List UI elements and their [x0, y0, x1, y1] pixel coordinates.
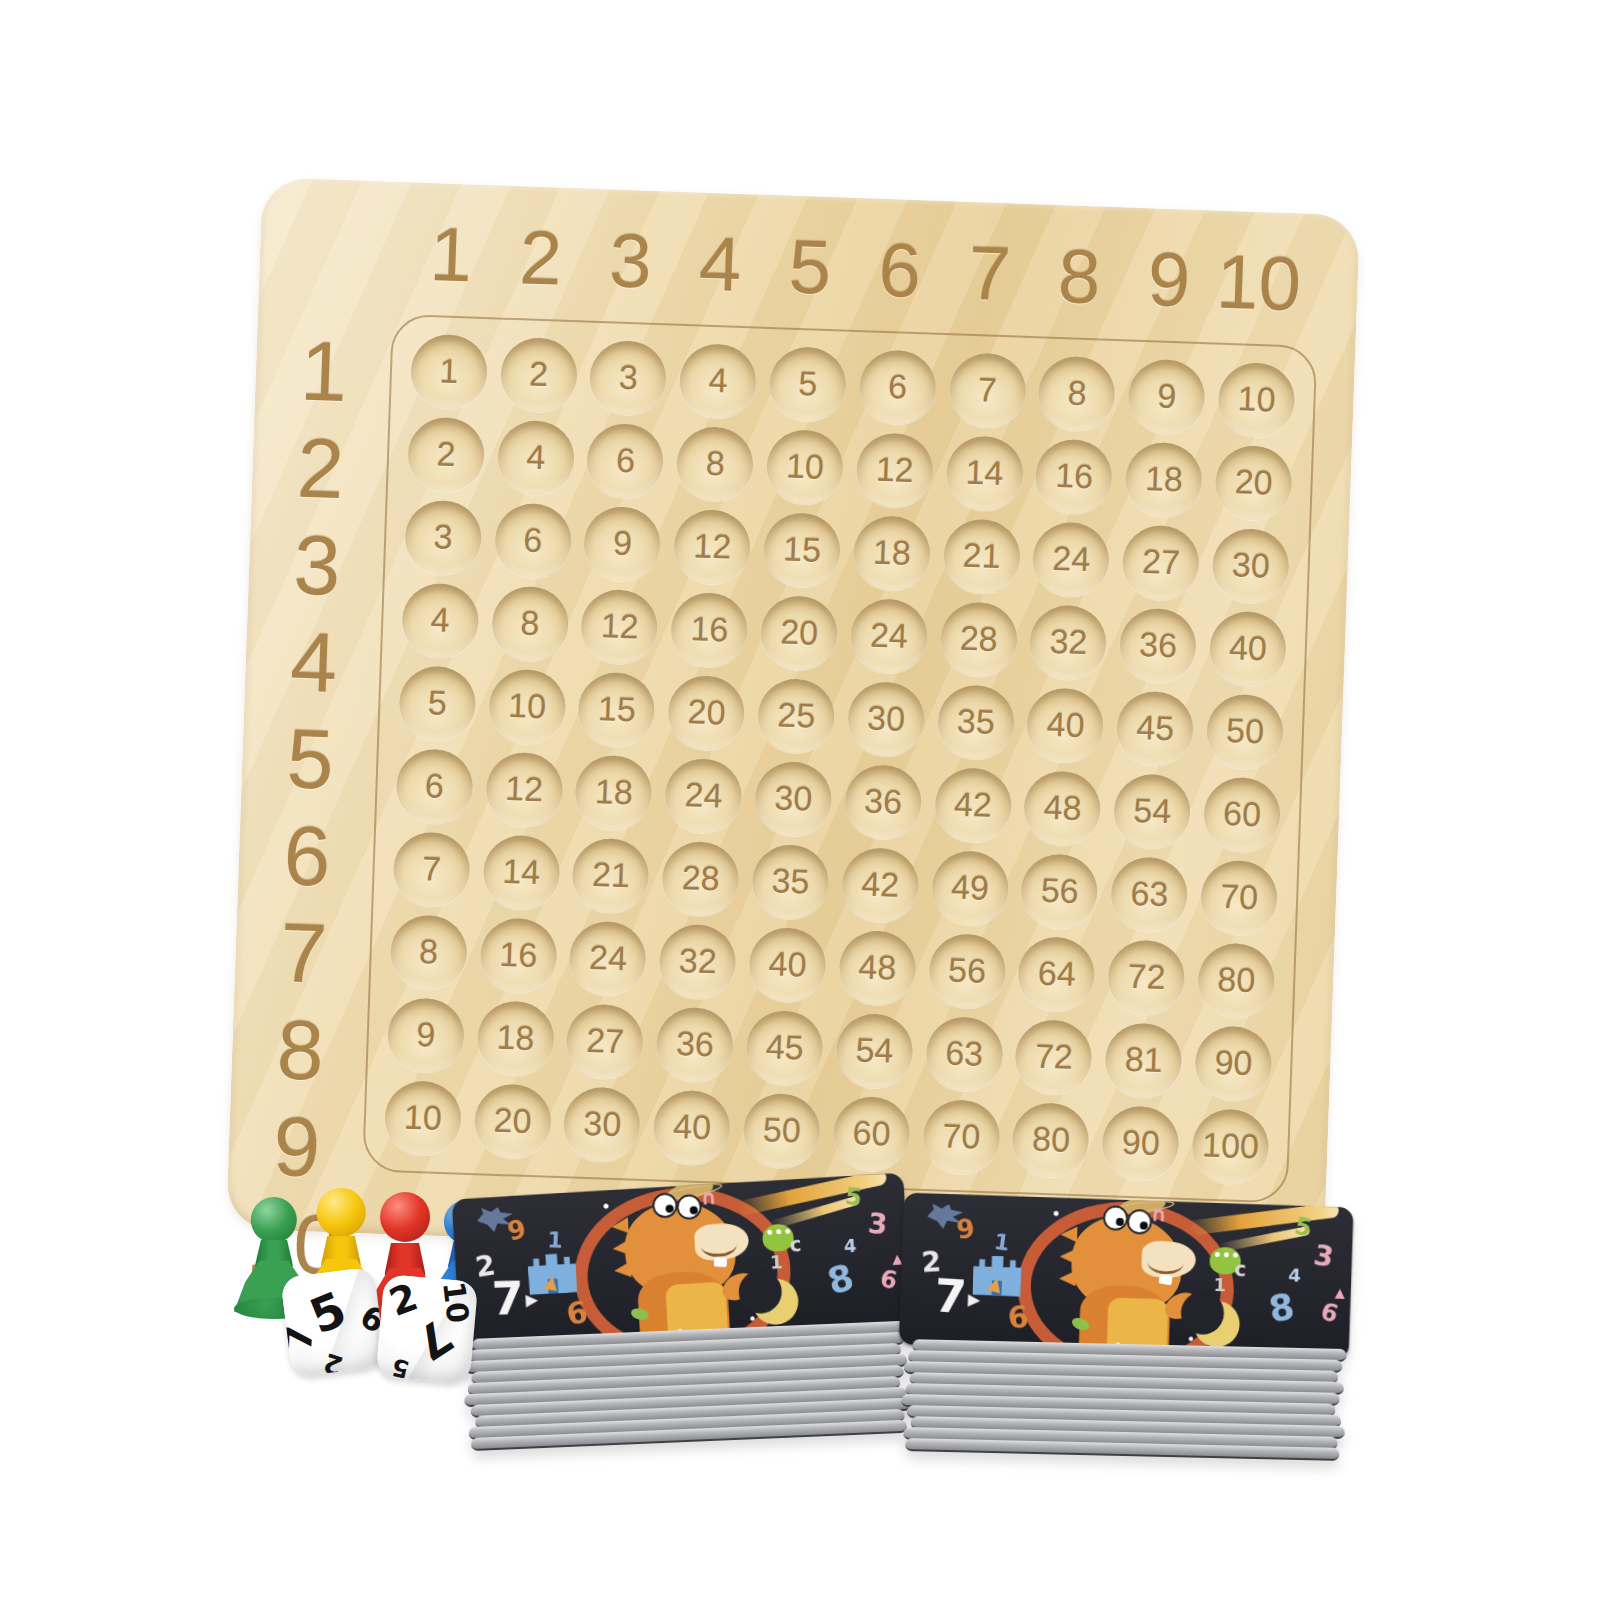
- col-header-3: 3: [584, 207, 677, 314]
- col-header-6: 6: [853, 216, 946, 323]
- number-glyph: ▶: [525, 1292, 538, 1309]
- row-header-4: 4: [256, 612, 371, 713]
- well-number: 32: [678, 941, 717, 981]
- well-10x1[interactable]: 10: [384, 1080, 463, 1157]
- well-number: 60: [1223, 794, 1262, 834]
- well-3x10[interactable]: 30: [1212, 527, 1291, 604]
- die-face-2: 2: [321, 1349, 346, 1377]
- well-7x4[interactable]: 28: [661, 840, 740, 917]
- well-number: 21: [962, 536, 1001, 576]
- well-number: 7: [977, 370, 997, 410]
- well-number: 40: [672, 1107, 711, 1147]
- well-1x5[interactable]: 5: [769, 346, 848, 423]
- well-3x1[interactable]: 3: [404, 499, 483, 576]
- well-9x8[interactable]: 72: [1015, 1019, 1094, 1096]
- row-header-1: 1: [266, 321, 381, 422]
- well-6x4[interactable]: 24: [664, 757, 743, 834]
- well-2x9[interactable]: 18: [1125, 441, 1204, 518]
- well-number: 10: [403, 1098, 442, 1138]
- well-number: 9: [416, 1015, 436, 1055]
- well-1x7[interactable]: 7: [948, 352, 1027, 429]
- number-glyph: 4: [1288, 1266, 1301, 1284]
- well-number: 24: [684, 775, 723, 815]
- well-number: 3: [433, 517, 453, 557]
- well-6x10[interactable]: 60: [1203, 776, 1282, 853]
- well-1x10[interactable]: 10: [1217, 361, 1296, 438]
- well-number: 12: [693, 526, 732, 566]
- well-number: 6: [888, 367, 908, 407]
- well-number: 5: [798, 364, 818, 404]
- well-1x9[interactable]: 9: [1128, 358, 1207, 435]
- well-3x9[interactable]: 27: [1122, 524, 1201, 601]
- well-number: 42: [953, 785, 992, 825]
- well-number: 56: [948, 951, 987, 991]
- well-9x7[interactable]: 63: [925, 1015, 1004, 1092]
- well-number: 6: [424, 766, 444, 806]
- col-header-2: 2: [494, 203, 587, 310]
- well-8x1[interactable]: 8: [389, 914, 468, 991]
- col-header-7: 7: [943, 219, 1036, 326]
- well-number: 45: [1136, 708, 1175, 748]
- well-2x4[interactable]: 8: [676, 425, 755, 502]
- card-deck-1[interactable]: 9127▶▲65∩3c1486▲•••: [453, 1177, 915, 1452]
- well-number: 30: [1231, 545, 1270, 585]
- comet-icon: [1187, 1202, 1340, 1236]
- col-header-8: 8: [1033, 222, 1126, 329]
- well-4x7[interactable]: 28: [939, 601, 1018, 678]
- well-number: 50: [762, 1110, 801, 1150]
- well-number: 28: [681, 858, 720, 898]
- well-number: 10: [785, 447, 824, 487]
- well-number: 72: [1127, 957, 1166, 997]
- well-3x2[interactable]: 6: [494, 502, 573, 579]
- moon-icon: [1193, 1300, 1240, 1347]
- well-9x3[interactable]: 27: [566, 1003, 645, 1080]
- well-8x6[interactable]: 48: [838, 929, 917, 1006]
- well-9x9[interactable]: 81: [1104, 1022, 1183, 1099]
- well-5x10[interactable]: 50: [1206, 693, 1285, 770]
- well-7x9[interactable]: 63: [1110, 856, 1189, 933]
- well-7x10[interactable]: 70: [1200, 859, 1279, 936]
- well-7x8[interactable]: 56: [1020, 853, 1099, 930]
- well-10x3[interactable]: 30: [563, 1086, 642, 1163]
- well-number: 32: [1049, 622, 1088, 662]
- well-number: 48: [858, 947, 897, 987]
- well-number: 49: [950, 868, 989, 908]
- well-number: 16: [690, 609, 729, 649]
- row-header-2: 2: [263, 418, 378, 519]
- col-header-9: 9: [1122, 225, 1215, 332]
- well-3x3[interactable]: 9: [583, 505, 662, 582]
- well-number: 14: [965, 453, 1004, 493]
- number-glyph: ∩: [700, 1187, 717, 1208]
- well-5x7[interactable]: 35: [937, 684, 1016, 761]
- well-number: 70: [1220, 877, 1259, 917]
- well-5x2[interactable]: 10: [488, 668, 567, 745]
- well-number: 6: [615, 441, 635, 481]
- number-glyph: 8: [1266, 1288, 1297, 1328]
- dino-tooth: [1159, 1274, 1173, 1285]
- well-7x6[interactable]: 42: [841, 846, 920, 923]
- well-5x4[interactable]: 20: [667, 674, 746, 751]
- multiplication-grid: 1234567891024681012141618203691215182124…: [377, 328, 1303, 1189]
- number-glyph: 4: [843, 1236, 857, 1255]
- well-number: 36: [675, 1024, 714, 1064]
- well-5x8[interactable]: 40: [1026, 687, 1105, 764]
- well-number: 50: [1225, 711, 1264, 751]
- well-number: 56: [1040, 871, 1079, 911]
- well-number: 10: [1237, 379, 1276, 419]
- well-number: 10: [507, 686, 546, 726]
- number-glyph: 6: [878, 1267, 899, 1294]
- well-1x1[interactable]: 1: [410, 333, 489, 410]
- die-face-2: 2: [384, 1278, 422, 1323]
- well-number: 24: [1052, 539, 1091, 579]
- die-face-7: 7: [280, 1324, 318, 1352]
- well-number: 30: [583, 1104, 622, 1144]
- well-5x3[interactable]: 15: [578, 671, 657, 748]
- well-number: 2: [529, 355, 549, 395]
- col-header-1: 1: [404, 200, 497, 307]
- die-2[interactable]: 21075: [376, 1274, 479, 1384]
- well-8x9[interactable]: 72: [1107, 939, 1186, 1016]
- well-number: 8: [705, 444, 725, 484]
- well-1x4[interactable]: 4: [679, 342, 758, 419]
- well-number: 18: [872, 533, 911, 573]
- well-number: 40: [1228, 628, 1267, 668]
- die-face-10: 10: [438, 1280, 473, 1325]
- well-10x10[interactable]: 100: [1191, 1108, 1270, 1185]
- well-2x6[interactable]: 12: [855, 432, 934, 509]
- board-grid-panel: 1234567891024681012141618203691215182124…: [362, 314, 1317, 1204]
- well-number: 30: [866, 699, 905, 739]
- well-number: 27: [1141, 542, 1180, 582]
- deck-top-card[interactable]: 9127▶▲65∩3c1486▲•••: [899, 1193, 1354, 1360]
- number-glyph: c: [789, 1234, 802, 1255]
- well-9x5[interactable]: 45: [745, 1009, 824, 1086]
- well-10x4[interactable]: 40: [653, 1089, 732, 1166]
- well-3x8[interactable]: 24: [1032, 521, 1111, 598]
- well-number: 5: [427, 683, 447, 723]
- well-4x9[interactable]: 36: [1119, 607, 1198, 684]
- number-glyph: 6: [1006, 1302, 1030, 1334]
- number-glyph: 3: [1311, 1242, 1335, 1273]
- number-glyph: 9: [505, 1215, 529, 1244]
- well-5x5[interactable]: 25: [757, 677, 836, 754]
- pawn-head: [380, 1192, 430, 1242]
- card-deck-2[interactable]: 9127▶▲65∩3c1486▲•••: [897, 1195, 1353, 1461]
- well-6x8[interactable]: 48: [1023, 770, 1102, 847]
- number-glyph: •: [748, 1312, 756, 1324]
- well-8x2[interactable]: 16: [479, 917, 558, 994]
- multiplication-board: 12345678910 12345678910 1234567891024681…: [226, 177, 1360, 1267]
- well-7x5[interactable]: 35: [751, 843, 830, 920]
- well-number: 7: [421, 849, 441, 889]
- well-4x5[interactable]: 20: [760, 594, 839, 671]
- well-number: 4: [526, 438, 546, 478]
- well-number: 24: [869, 616, 908, 656]
- dino-pupil: [1116, 1218, 1124, 1226]
- number-glyph: 1: [547, 1230, 563, 1253]
- number-glyph: •: [601, 1199, 611, 1214]
- col-header-10: 10: [1212, 228, 1305, 335]
- pawn-head: [317, 1188, 366, 1237]
- well-6x9[interactable]: 54: [1113, 773, 1192, 850]
- well-2x5[interactable]: 10: [766, 428, 845, 505]
- well-number: 35: [956, 702, 995, 742]
- well-number: 20: [687, 692, 726, 732]
- well-number: 8: [1067, 373, 1087, 413]
- well-10x6[interactable]: 60: [832, 1095, 911, 1172]
- well-9x1[interactable]: 9: [386, 997, 465, 1074]
- column-headers: 12345678910: [404, 200, 1305, 335]
- well-number: 28: [959, 619, 998, 659]
- well-6x7[interactable]: 42: [934, 767, 1013, 844]
- well-number: 9: [612, 524, 632, 564]
- well-number: 35: [771, 861, 810, 901]
- well-3x5[interactable]: 15: [763, 511, 842, 588]
- well-3x6[interactable]: 18: [853, 515, 932, 592]
- number-glyph: c: [1234, 1258, 1247, 1278]
- well-1x8[interactable]: 8: [1038, 355, 1117, 432]
- dino-pupil: [1140, 1221, 1148, 1229]
- deck-card-edges: [897, 1339, 1349, 1461]
- well-number: 27: [586, 1021, 625, 1061]
- number-glyph: 9: [955, 1215, 977, 1243]
- number-glyph: ∩: [1150, 1204, 1167, 1225]
- deck-card-edges: [459, 1321, 915, 1452]
- well-number: 12: [875, 450, 914, 490]
- number-glyph: 7: [491, 1275, 524, 1322]
- well-4x4[interactable]: 16: [670, 591, 749, 668]
- well-1x6[interactable]: 6: [858, 349, 937, 426]
- well-number: 54: [1133, 791, 1172, 831]
- well-number: 60: [852, 1113, 891, 1153]
- well-10x2[interactable]: 20: [473, 1083, 552, 1160]
- row-header-9: 9: [239, 1097, 354, 1198]
- well-7x7[interactable]: 49: [931, 849, 1010, 926]
- well-number: 36: [864, 782, 903, 822]
- number-glyph: ▶: [968, 1292, 981, 1308]
- number-glyph: •: [1187, 1333, 1195, 1345]
- well-4x6[interactable]: 24: [850, 597, 929, 674]
- number-glyph: ▲: [1335, 1286, 1345, 1299]
- well-7x2[interactable]: 14: [482, 834, 561, 911]
- well-9x4[interactable]: 36: [656, 1006, 735, 1083]
- well-7x3[interactable]: 21: [572, 837, 651, 914]
- number-glyph: 1: [993, 1231, 1011, 1255]
- well-2x3[interactable]: 6: [586, 422, 665, 499]
- well-number: 21: [591, 855, 630, 895]
- well-number: 20: [780, 613, 819, 653]
- well-4x1[interactable]: 4: [401, 582, 480, 659]
- well-10x9[interactable]: 90: [1102, 1105, 1181, 1182]
- well-number: 42: [861, 864, 900, 904]
- well-number: 72: [1034, 1037, 1073, 1077]
- row-header-8: 8: [243, 1000, 358, 1101]
- well-number: 12: [600, 606, 639, 646]
- well-number: 15: [783, 530, 822, 570]
- well-4x2[interactable]: 8: [491, 585, 570, 662]
- dino-tooth: [714, 1257, 727, 1267]
- well-4x3[interactable]: 12: [580, 588, 659, 665]
- well-8x7[interactable]: 56: [928, 932, 1007, 1009]
- dino-pupil: [690, 1206, 698, 1214]
- well-number: 12: [505, 769, 544, 809]
- well-8x4[interactable]: 32: [659, 923, 738, 1000]
- row-header-6: 6: [249, 806, 364, 907]
- well-number: 18: [496, 1018, 535, 1058]
- row-header-5: 5: [253, 709, 368, 810]
- well-9x6[interactable]: 54: [835, 1012, 914, 1089]
- well-8x10[interactable]: 80: [1197, 942, 1276, 1019]
- well-number: 40: [768, 944, 807, 984]
- well-10x5[interactable]: 50: [743, 1092, 822, 1169]
- well-number: 36: [1139, 625, 1178, 665]
- well-6x5[interactable]: 30: [754, 760, 833, 837]
- well-5x1[interactable]: 5: [398, 665, 477, 742]
- well-10x7[interactable]: 70: [922, 1098, 1001, 1175]
- well-4x8[interactable]: 32: [1029, 604, 1108, 681]
- well-number: 80: [1031, 1120, 1070, 1160]
- well-number: 3: [618, 358, 638, 398]
- well-number: 90: [1214, 1043, 1253, 1083]
- well-9x10[interactable]: 90: [1194, 1025, 1273, 1102]
- well-number: 25: [777, 695, 816, 735]
- number-glyph: 7: [933, 1272, 968, 1320]
- well-number: 4: [708, 361, 728, 401]
- well-6x3[interactable]: 18: [575, 754, 654, 831]
- product-photo: 12345678910 12345678910 1234567891024681…: [0, 0, 1600, 1600]
- well-2x2[interactable]: 4: [496, 419, 575, 496]
- well-8x3[interactable]: 24: [569, 920, 648, 997]
- row-header-3: 3: [260, 515, 375, 616]
- well-3x4[interactable]: 12: [673, 508, 752, 585]
- well-2x8[interactable]: 16: [1035, 438, 1114, 515]
- well-number: 18: [594, 772, 633, 812]
- number-glyph: 1: [770, 1253, 784, 1272]
- well-number: 90: [1121, 1123, 1160, 1163]
- well-9x2[interactable]: 18: [476, 1000, 555, 1077]
- well-8x5[interactable]: 40: [748, 926, 827, 1003]
- number-glyph: 5: [844, 1184, 863, 1210]
- number-glyph: 6: [1318, 1299, 1341, 1327]
- well-number: 24: [589, 938, 628, 978]
- die-1[interactable]: 5726: [280, 1267, 385, 1378]
- well-6x1[interactable]: 6: [395, 748, 474, 825]
- well-4x10[interactable]: 40: [1209, 610, 1288, 687]
- well-number: 80: [1217, 960, 1256, 1000]
- well-1x2[interactable]: 2: [499, 336, 578, 413]
- well-number: 8: [520, 603, 540, 643]
- well-2x1[interactable]: 2: [407, 416, 486, 493]
- well-number: 18: [1144, 459, 1183, 499]
- well-number: 81: [1124, 1040, 1163, 1080]
- well-5x9[interactable]: 45: [1116, 690, 1195, 767]
- number-glyph: 3: [866, 1210, 888, 1239]
- col-header-4: 4: [674, 210, 767, 317]
- row-header-7: 7: [246, 903, 361, 1004]
- well-number: 4: [430, 600, 450, 640]
- well-6x6[interactable]: 36: [844, 763, 923, 840]
- well-number: 9: [1157, 377, 1177, 417]
- pawn-head: [251, 1197, 297, 1243]
- well-number: 6: [523, 520, 543, 560]
- well-number: 48: [1043, 788, 1082, 828]
- well-number: 20: [493, 1101, 532, 1141]
- well-number: 64: [1037, 954, 1076, 994]
- well-number: 1: [439, 351, 459, 391]
- well-number: 70: [942, 1116, 981, 1156]
- dino-pupil: [665, 1204, 673, 1212]
- number-glyph: •: [1051, 1207, 1060, 1221]
- well-number: 40: [1046, 705, 1085, 745]
- well-5x6[interactable]: 30: [847, 680, 926, 757]
- number-glyph: 1: [1213, 1276, 1226, 1294]
- col-header-5: 5: [763, 213, 856, 320]
- number-glyph: 8: [823, 1259, 857, 1300]
- well-number: 63: [1130, 874, 1169, 914]
- well-number: 20: [1234, 462, 1273, 502]
- well-number: 16: [1055, 456, 1094, 496]
- well-number: 54: [855, 1030, 894, 1070]
- well-3x7[interactable]: 21: [942, 518, 1021, 595]
- well-number: 15: [597, 689, 636, 729]
- well-number: 8: [419, 932, 439, 972]
- well-2x10[interactable]: 20: [1214, 444, 1293, 521]
- well-number: 100: [1202, 1126, 1260, 1167]
- well-8x8[interactable]: 64: [1018, 936, 1097, 1013]
- well-2x7[interactable]: 14: [945, 435, 1024, 512]
- die-face-5: 5: [390, 1354, 412, 1381]
- well-7x1[interactable]: 7: [392, 831, 471, 908]
- well-10x8[interactable]: 80: [1012, 1101, 1091, 1178]
- well-number: 2: [436, 434, 456, 474]
- well-number: 16: [499, 935, 538, 975]
- well-number: 63: [945, 1034, 984, 1074]
- well-number: 45: [765, 1027, 804, 1067]
- well-1x3[interactable]: 3: [589, 339, 668, 416]
- row-headers: 12345678910: [241, 321, 382, 1154]
- well-6x2[interactable]: 12: [485, 751, 564, 828]
- well-number: 30: [774, 778, 813, 818]
- well-number: 14: [502, 852, 541, 892]
